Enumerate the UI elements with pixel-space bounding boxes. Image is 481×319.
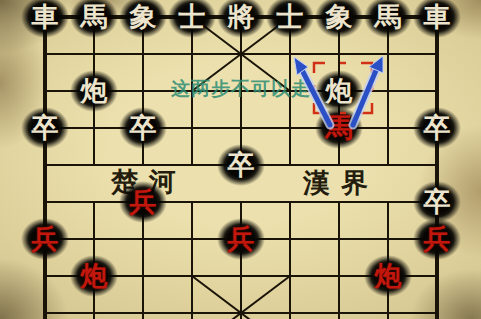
xiangqi-board: 楚河 漢界 这两步不可以走 車馬象士將士象馬車炮炮卒卒卒卒卒馬兵兵兵兵炮炮 xyxy=(0,0,481,319)
illegal-move-arrow-right xyxy=(353,56,383,125)
illegal-move-arrow-left xyxy=(294,57,330,125)
annotation-overlay xyxy=(0,0,481,319)
